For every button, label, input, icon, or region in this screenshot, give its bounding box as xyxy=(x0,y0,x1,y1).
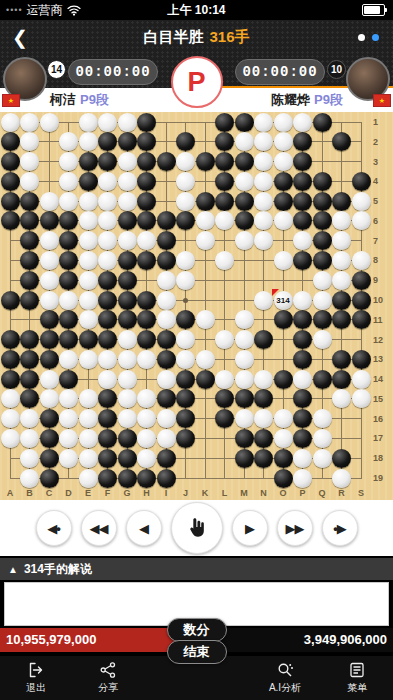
stone-R11 xyxy=(332,310,351,329)
stone-L15 xyxy=(215,389,234,408)
coord-number: 15 xyxy=(373,394,383,404)
stone-C6 xyxy=(40,211,59,230)
stone-Q12 xyxy=(313,330,332,349)
stone-P15 xyxy=(293,389,312,408)
stone-N5 xyxy=(254,192,273,211)
stone-J11 xyxy=(176,310,195,329)
page-dot-2[interactable] xyxy=(372,34,379,41)
stone-G9 xyxy=(118,271,137,290)
coord-number: 8 xyxy=(373,255,378,265)
stone-Q5 xyxy=(313,192,332,211)
stone-K5 xyxy=(196,192,215,211)
white-timer: 00:00:00 xyxy=(235,59,325,85)
share-button[interactable]: 分享 xyxy=(72,661,144,695)
stone-L8 xyxy=(215,251,234,270)
stone-O17 xyxy=(274,429,293,448)
stone-R6 xyxy=(332,211,351,230)
stone-E12 xyxy=(79,330,98,349)
stone-P19 xyxy=(293,469,312,488)
stone-N4 xyxy=(254,172,273,191)
stone-M4 xyxy=(235,172,254,191)
stone-S10 xyxy=(352,291,371,310)
stone-D17 xyxy=(59,429,78,448)
stone-N7 xyxy=(254,231,273,250)
stone-E1 xyxy=(79,113,98,132)
commentary-title: 314手的解说 xyxy=(24,561,92,578)
page-title: 白目半胜316手 xyxy=(143,28,249,47)
stone-P6 xyxy=(293,211,312,230)
stone-F5 xyxy=(98,192,117,211)
stone-H1 xyxy=(137,113,156,132)
stone-G15 xyxy=(118,389,137,408)
stone-L4 xyxy=(215,172,234,191)
stone-F6 xyxy=(98,211,117,230)
coord-letter: E xyxy=(84,488,92,498)
stone-G10 xyxy=(118,291,137,310)
stone-E6 xyxy=(79,211,98,230)
stone-Q18 xyxy=(313,449,332,468)
coord-number: 16 xyxy=(373,414,383,424)
stone-C10 xyxy=(40,291,59,310)
stone-R7 xyxy=(332,231,351,250)
stone-G8 xyxy=(118,251,137,270)
stone-G19 xyxy=(118,469,137,488)
stone-D6 xyxy=(59,211,78,230)
stone-O11 xyxy=(274,310,293,329)
stone-J9 xyxy=(176,271,195,290)
stone-F10 xyxy=(98,291,117,310)
stone-E18 xyxy=(79,449,98,468)
stone-A3 xyxy=(1,152,20,171)
result-label: 白目半胜 xyxy=(143,28,203,45)
player-bar: ★ 14 00:00:00 P 00:00:00 10 ★ 柯洁P9段 陈耀烨P… xyxy=(0,54,393,112)
page-indicator[interactable] xyxy=(358,34,379,41)
stone-D15 xyxy=(59,389,78,408)
share-label: 分享 xyxy=(98,681,118,695)
stone-L16 xyxy=(215,409,234,428)
stone-R5 xyxy=(332,192,351,211)
stone-G7 xyxy=(118,231,137,250)
stone-H15 xyxy=(137,389,156,408)
stone-J3 xyxy=(176,152,195,171)
stone-H4 xyxy=(137,172,156,191)
stone-I12 xyxy=(157,330,176,349)
stone-D16 xyxy=(59,409,78,428)
menu-button[interactable]: 菜单 xyxy=(321,661,393,695)
stone-D5 xyxy=(59,192,78,211)
go-board[interactable]: A1B2C3D4E5F6G7H8I9J10K11L12M13N14O15P16Q… xyxy=(0,112,393,500)
stone-J6 xyxy=(176,211,195,230)
stone-R9 xyxy=(332,271,351,290)
stone-B12 xyxy=(20,330,39,349)
stone-K11 xyxy=(196,310,215,329)
coord-number: 5 xyxy=(373,196,378,206)
stone-J13 xyxy=(176,350,195,369)
stone-O8 xyxy=(274,251,293,270)
stone-O14 xyxy=(274,370,293,389)
stone-H13 xyxy=(137,350,156,369)
stone-M17 xyxy=(235,429,254,448)
stone-B7 xyxy=(20,231,39,250)
stone-H6 xyxy=(137,211,156,230)
stone-C11 xyxy=(40,310,59,329)
end-button[interactable]: 结束 xyxy=(167,640,227,664)
stone-C12 xyxy=(40,330,59,349)
stone-P5 xyxy=(293,192,312,211)
stone-I10 xyxy=(157,291,176,310)
stone-M1 xyxy=(235,113,254,132)
header: ❮ 白目半胜316手 xyxy=(0,20,393,54)
stone-J16 xyxy=(176,409,195,428)
stone-K7 xyxy=(196,231,215,250)
stone-N3 xyxy=(254,152,273,171)
stone-N15 xyxy=(254,389,273,408)
stone-C15 xyxy=(40,389,59,408)
white-score-value: 3,949,906,000 xyxy=(304,628,387,652)
stone-D14 xyxy=(59,370,78,389)
stone-P1 xyxy=(293,113,312,132)
stone-O18 xyxy=(274,449,293,468)
stone-F12 xyxy=(98,330,117,349)
stone-S14 xyxy=(352,370,371,389)
black-score-value: 10,955,979,000 xyxy=(6,628,96,652)
stone-G3 xyxy=(118,152,137,171)
stone-A5 xyxy=(1,192,20,211)
clock: 上午 10:14 xyxy=(167,2,225,19)
stone-S11 xyxy=(352,310,371,329)
stone-E19 xyxy=(79,469,98,488)
stone-G2 xyxy=(118,132,137,151)
stone-O1 xyxy=(274,113,293,132)
coord-number: 11 xyxy=(373,315,383,325)
stone-B6 xyxy=(20,211,39,230)
ai-analysis-label: A.I分析 xyxy=(269,681,301,695)
stone-M13 xyxy=(235,350,254,369)
stone-H7 xyxy=(137,231,156,250)
stone-I14 xyxy=(157,370,176,389)
carrier-label: 运营商 xyxy=(27,2,63,19)
stone-I13 xyxy=(157,350,176,369)
stone-C5 xyxy=(40,192,59,211)
stone-B2 xyxy=(20,132,39,151)
stone-G6 xyxy=(118,211,137,230)
stone-E17 xyxy=(79,429,98,448)
exit-button[interactable]: 退出 xyxy=(0,661,72,695)
coord-number: 1 xyxy=(373,117,378,127)
exit-label: 退出 xyxy=(26,681,46,695)
coord-number: 13 xyxy=(373,354,383,364)
stone-J4 xyxy=(176,172,195,191)
stone-S8 xyxy=(352,251,371,270)
stone-B9 xyxy=(20,271,39,290)
stone-C13 xyxy=(40,350,59,369)
black-player-name: 柯洁P9段 xyxy=(50,91,109,109)
stone-G18 xyxy=(118,449,137,468)
stone-Q6 xyxy=(313,211,332,230)
stone-S15 xyxy=(352,389,371,408)
coord-number: 6 xyxy=(373,216,378,226)
stone-M18 xyxy=(235,449,254,468)
stone-F3 xyxy=(98,152,117,171)
stone-S4 xyxy=(352,172,371,191)
coord-letter: F xyxy=(104,488,112,498)
stone-I17 xyxy=(157,429,176,448)
stone-R19 xyxy=(332,469,351,488)
stone-M7 xyxy=(235,231,254,250)
pass-badge[interactable]: P xyxy=(171,56,223,108)
stone-M2 xyxy=(235,132,254,151)
stone-H2 xyxy=(137,132,156,151)
stone-D4 xyxy=(59,172,78,191)
stone-Q7 xyxy=(313,231,332,250)
stone-E11 xyxy=(79,310,98,329)
step-forward-button[interactable]: ▶ xyxy=(232,510,268,546)
coord-number: 17 xyxy=(373,433,383,443)
stone-F14 xyxy=(98,370,117,389)
count-score-button[interactable]: 数分 xyxy=(167,618,227,642)
stone-I9 xyxy=(157,271,176,290)
coord-letter: N xyxy=(260,488,268,498)
jump-start-button[interactable]: ◀• xyxy=(36,510,72,546)
stone-G11 xyxy=(118,310,137,329)
stone-B13 xyxy=(20,350,39,369)
stone-E2 xyxy=(79,132,98,151)
stone-R15 xyxy=(332,389,351,408)
stone-R14 xyxy=(332,370,351,389)
stone-M14 xyxy=(235,370,254,389)
coord-letter: C xyxy=(45,488,53,498)
ai-analysis-icon xyxy=(276,661,294,679)
stone-H16 xyxy=(137,409,156,428)
stone-F13 xyxy=(98,350,117,369)
stone-N17 xyxy=(254,429,273,448)
stone-I11 xyxy=(157,310,176,329)
stone-P16 xyxy=(293,409,312,428)
stone-P10 xyxy=(293,291,312,310)
stone-F7 xyxy=(98,231,117,250)
stone-B16 xyxy=(20,409,39,428)
stone-J14 xyxy=(176,370,195,389)
stone-N18 xyxy=(254,449,273,468)
stone-Q9 xyxy=(313,271,332,290)
stone-B3 xyxy=(20,152,39,171)
exit-icon xyxy=(27,661,45,679)
stone-G12 xyxy=(118,330,137,349)
stone-H5 xyxy=(137,192,156,211)
stone-P7 xyxy=(293,231,312,250)
stone-H19 xyxy=(137,469,156,488)
white-player-name: 陈耀烨P9段 xyxy=(271,91,343,109)
stone-O4 xyxy=(274,172,293,191)
stone-A16 xyxy=(1,409,20,428)
stone-A2 xyxy=(1,132,20,151)
stone-C7 xyxy=(40,231,59,250)
stone-M15 xyxy=(235,389,254,408)
coord-letter: G xyxy=(123,488,131,498)
stone-A1 xyxy=(1,113,20,132)
battery-icon xyxy=(362,4,385,16)
coord-number: 2 xyxy=(373,137,378,147)
black-player-rank: P9段 xyxy=(80,92,109,107)
stone-J8 xyxy=(176,251,195,270)
stone-P17 xyxy=(293,429,312,448)
stone-S13 xyxy=(352,350,371,369)
stone-E5 xyxy=(79,192,98,211)
stone-O19 xyxy=(274,469,293,488)
coord-letter: Q xyxy=(318,488,326,498)
page-dot-1[interactable] xyxy=(358,34,365,41)
stone-B14 xyxy=(20,370,39,389)
stone-M12 xyxy=(235,330,254,349)
stone-P18 xyxy=(293,449,312,468)
stone-M16 xyxy=(235,409,254,428)
stone-M5 xyxy=(235,192,254,211)
white-player-rank: P9段 xyxy=(314,92,343,107)
coord-letter: P xyxy=(299,488,307,498)
stone-Q14 xyxy=(313,370,332,389)
stone-I8 xyxy=(157,251,176,270)
coord-number: 9 xyxy=(373,275,378,285)
stone-I15 xyxy=(157,389,176,408)
stone-J17 xyxy=(176,429,195,448)
stone-A6 xyxy=(1,211,20,230)
stone-C16 xyxy=(40,409,59,428)
coord-letter: O xyxy=(279,488,287,498)
menu-label: 菜单 xyxy=(347,681,367,695)
status-bar: •••• 运营商 上午 10:14 xyxy=(0,0,393,20)
stone-E8 xyxy=(79,251,98,270)
stone-J5 xyxy=(176,192,195,211)
coord-number: 12 xyxy=(373,335,383,345)
stone-O5 xyxy=(274,192,293,211)
fast-back-button[interactable]: ◀◀ xyxy=(81,510,117,546)
stone-F9 xyxy=(98,271,117,290)
stone-F11 xyxy=(98,310,117,329)
stone-O3 xyxy=(274,152,293,171)
stone-L6 xyxy=(215,211,234,230)
stone-L2 xyxy=(215,132,234,151)
stone-B18 xyxy=(20,449,39,468)
fast-forward-button[interactable]: ▶▶ xyxy=(277,510,313,546)
stone-B19 xyxy=(20,469,39,488)
stone-H17 xyxy=(137,429,156,448)
signal-dots-icon: •••• xyxy=(6,5,23,15)
stone-Q11 xyxy=(313,310,332,329)
last-move-number: 314 xyxy=(274,291,293,310)
stone-A10 xyxy=(1,291,20,310)
stone-B8 xyxy=(20,251,39,270)
stone-D13 xyxy=(59,350,78,369)
stone-G5 xyxy=(118,192,137,211)
stone-P2 xyxy=(293,132,312,151)
coord-letter: B xyxy=(26,488,34,498)
stone-I16 xyxy=(157,409,176,428)
stone-C9 xyxy=(40,271,59,290)
wifi-icon xyxy=(67,5,81,16)
stone-C18 xyxy=(40,449,59,468)
triangle-icon: ▲ xyxy=(8,564,18,575)
flag-china-left-icon: ★ xyxy=(2,94,20,107)
coord-letter: M xyxy=(240,488,248,498)
coord-letter: S xyxy=(357,488,365,498)
stone-Q4 xyxy=(313,172,332,191)
coord-number: 18 xyxy=(373,453,383,463)
stone-D8 xyxy=(59,251,78,270)
stone-N12 xyxy=(254,330,273,349)
coord-number: 4 xyxy=(373,176,378,186)
coord-letter: J xyxy=(182,488,190,498)
step-back-button[interactable]: ◀ xyxy=(126,510,162,546)
stone-L3 xyxy=(215,152,234,171)
black-captures-badge: 14 xyxy=(47,60,66,79)
stone-P3 xyxy=(293,152,312,171)
stone-I19 xyxy=(157,469,176,488)
stone-E16 xyxy=(79,409,98,428)
stone-P8 xyxy=(293,251,312,270)
stone-G4 xyxy=(118,172,137,191)
stone-R8 xyxy=(332,251,351,270)
back-button[interactable]: ❮ xyxy=(0,26,52,49)
stone-L1 xyxy=(215,113,234,132)
stone-J12 xyxy=(176,330,195,349)
stone-Q10 xyxy=(313,291,332,310)
stone-B4 xyxy=(20,172,39,191)
stone-N1 xyxy=(254,113,273,132)
stone-G16 xyxy=(118,409,137,428)
stone-N6 xyxy=(254,211,273,230)
stone-R13 xyxy=(332,350,351,369)
hand-tool-button[interactable] xyxy=(171,502,223,554)
stone-H12 xyxy=(137,330,156,349)
stone-N2 xyxy=(254,132,273,151)
coord-letter: H xyxy=(143,488,151,498)
stone-B15 xyxy=(20,389,39,408)
stone-P13 xyxy=(293,350,312,369)
stone-Q1 xyxy=(313,113,332,132)
stone-D3 xyxy=(59,152,78,171)
stone-F15 xyxy=(98,389,117,408)
stone-M11 xyxy=(235,310,254,329)
stone-F17 xyxy=(98,429,117,448)
stone-F19 xyxy=(98,469,117,488)
stone-A4 xyxy=(1,172,20,191)
stone-G17 xyxy=(118,429,137,448)
stone-H10 xyxy=(137,291,156,310)
move-navigation: ◀•◀◀◀▶▶▶•▶ xyxy=(0,500,393,556)
stone-E15 xyxy=(79,389,98,408)
stone-A12 xyxy=(1,330,20,349)
coord-letter: I xyxy=(162,488,170,498)
jump-end-button[interactable]: •▶ xyxy=(322,510,358,546)
ai-analysis-button[interactable]: A.I分析 xyxy=(249,661,321,695)
stone-H18 xyxy=(137,449,156,468)
coord-letter: D xyxy=(65,488,73,498)
stone-R2 xyxy=(332,132,351,151)
stone-B1 xyxy=(20,113,39,132)
stone-K6 xyxy=(196,211,215,230)
stone-C17 xyxy=(40,429,59,448)
stone-Q16 xyxy=(313,409,332,428)
coord-letter: K xyxy=(201,488,209,498)
stone-A17 xyxy=(1,429,20,448)
stone-I18 xyxy=(157,449,176,468)
share-icon xyxy=(99,661,117,679)
stone-S5 xyxy=(352,192,371,211)
coord-number: 3 xyxy=(373,157,378,167)
stone-H8 xyxy=(137,251,156,270)
stone-I3 xyxy=(157,152,176,171)
coord-letter: A xyxy=(6,488,14,498)
